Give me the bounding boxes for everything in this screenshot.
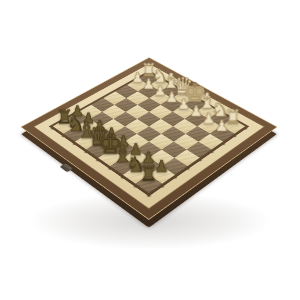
square-d5 (125, 119, 149, 134)
clasp-latch-icon (59, 163, 72, 172)
product-photo-scene: ♜♞♝♛♚♝♞♜♟♟♟♟♟♟♟♟♟♟♟♟♟♟♟♟♜♞♝♛♚♝♞♜ (0, 0, 300, 300)
chess-board: ♜♞♝♛♚♝♞♜♟♟♟♟♟♟♟♟♟♟♟♟♟♟♟♟♜♞♝♛♚♝♞♜ (20, 57, 277, 220)
